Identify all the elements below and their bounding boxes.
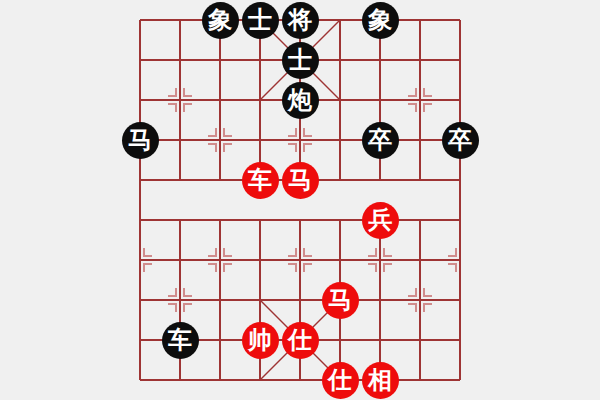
piece-black-elephant[interactable]: 象 <box>362 2 399 39</box>
piece-red-general[interactable]: 帅 <box>242 322 279 359</box>
piece-black-chariot[interactable]: 车 <box>162 322 199 359</box>
piece-red-advisor[interactable]: 仕 <box>322 362 359 399</box>
piece-red-chariot[interactable]: 车 <box>242 162 279 199</box>
piece-black-pawn[interactable]: 卒 <box>442 122 479 159</box>
piece-black-pawn[interactable]: 卒 <box>362 122 399 159</box>
piece-red-horse[interactable]: 马 <box>322 282 359 319</box>
piece-black-general[interactable]: 将 <box>282 2 319 39</box>
xiangqi-diagram: 象士将象士炮马卒卒车马兵马车帅仕仕相 <box>0 0 600 400</box>
piece-red-horse[interactable]: 马 <box>282 162 319 199</box>
xiangqi-board[interactable]: 象士将象士炮马卒卒车马兵马车帅仕仕相 <box>120 0 480 400</box>
piece-red-elephant[interactable]: 相 <box>362 362 399 399</box>
piece-black-advisor[interactable]: 士 <box>242 2 279 39</box>
piece-black-cannon[interactable]: 炮 <box>282 82 319 119</box>
piece-black-elephant[interactable]: 象 <box>202 2 239 39</box>
piece-red-advisor[interactable]: 仕 <box>282 322 319 359</box>
piece-red-pawn[interactable]: 兵 <box>362 202 399 239</box>
piece-black-advisor[interactable]: 士 <box>282 42 319 79</box>
piece-black-horse[interactable]: 马 <box>122 122 159 159</box>
